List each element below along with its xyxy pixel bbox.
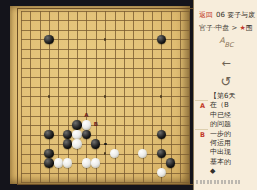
grid-line-h xyxy=(21,116,190,117)
grid-line-v xyxy=(189,11,190,183)
text-line: 基本的 xyxy=(210,158,257,167)
grid-line-v xyxy=(171,11,172,183)
labels-toggle-bottom: BC xyxy=(200,42,257,49)
undo-arrow-icon[interactable]: ← xyxy=(194,55,257,73)
text-section: A在（B中已经的问题 xyxy=(194,101,257,129)
text-line: 【第6天 xyxy=(210,92,257,101)
stone-black-D16 xyxy=(44,35,53,44)
stone-white-F3 xyxy=(63,158,72,167)
text-line: 在（B xyxy=(210,101,257,110)
stone-white-J3 xyxy=(91,158,100,167)
go-board[interactable]: AB xyxy=(10,6,190,184)
labels-toggle-icon[interactable]: A BC xyxy=(194,37,257,55)
stone-black-J5 xyxy=(91,139,100,148)
stone-black-Q6 xyxy=(157,130,166,139)
stone-black-D3 xyxy=(44,158,53,167)
grid-line-v xyxy=(124,11,125,183)
grid-line-h xyxy=(21,182,190,183)
text-line: 何运用 xyxy=(210,139,257,148)
stone-black-F6 xyxy=(63,130,72,139)
stone-black-Q16 xyxy=(157,35,166,44)
title-row: 返回06 要子与废 xyxy=(199,11,255,20)
stone-black-H6 xyxy=(82,130,91,139)
stone-black-D4 xyxy=(44,149,53,158)
stone-white-Q2 xyxy=(157,168,166,177)
grid-line-v xyxy=(180,11,181,183)
option-b-marker[interactable]: B xyxy=(200,131,205,140)
text-section: B一步的何运用中出现基本的◆ xyxy=(194,130,257,177)
stone-black-Q4 xyxy=(157,149,166,158)
stone-white-H7 xyxy=(82,120,91,129)
grid-line-v xyxy=(133,11,134,183)
stone-white-E3 xyxy=(54,158,63,167)
breadcrumb-text: 官子·中盘 > xyxy=(199,24,240,32)
grid-line-h xyxy=(21,106,190,107)
grid-line-v xyxy=(152,11,153,183)
stone-black-R3 xyxy=(166,158,175,167)
breadcrumb: 官子·中盘 > ★围 xyxy=(199,24,253,33)
stone-white-G6 xyxy=(72,130,81,139)
star-point xyxy=(48,95,50,97)
stone-black-D6 xyxy=(44,130,53,139)
stone-white-O4 xyxy=(138,149,147,158)
stone-black-G7 xyxy=(72,120,81,129)
text-line: 中已经 xyxy=(210,111,257,120)
app-screen: AB 返回06 要子与废 官子·中盘 > ★围 A BC ← ↺ 【第6天A在（… xyxy=(0,0,257,190)
lesson-title: 06 要子与废 xyxy=(216,11,255,19)
toolbar: A BC ← ↺ xyxy=(194,37,257,91)
board-label-A: A xyxy=(84,113,88,119)
text-line: 的问题 xyxy=(210,120,257,129)
reset-icon[interactable]: ↺ xyxy=(194,73,257,91)
text-line: 一步的 xyxy=(210,130,257,139)
stone-black-F5 xyxy=(63,139,72,148)
grid-line-h xyxy=(21,125,190,126)
board-label-B: B xyxy=(94,122,98,128)
option-a-marker[interactable]: A xyxy=(200,102,205,111)
board-grid: AB xyxy=(10,6,190,184)
breadcrumb-suffix: 围 xyxy=(246,24,253,32)
stone-white-H3 xyxy=(82,158,91,167)
sidebar-panel: 返回06 要子与废 官子·中盘 > ★围 A BC ← ↺ 【第6天A在（B中已… xyxy=(193,0,257,190)
stone-white-L4 xyxy=(110,149,119,158)
back-button[interactable]: 返回 xyxy=(199,11,213,19)
text-line: 中出现 xyxy=(210,148,257,157)
text-line: ◆ xyxy=(210,167,257,176)
fineprint-caption xyxy=(196,180,240,184)
star-point xyxy=(104,38,106,40)
stone-white-G5 xyxy=(72,139,81,148)
lesson-text: 【第6天A在（B中已经的问题B一步的何运用中出现基本的◆ xyxy=(194,92,257,177)
